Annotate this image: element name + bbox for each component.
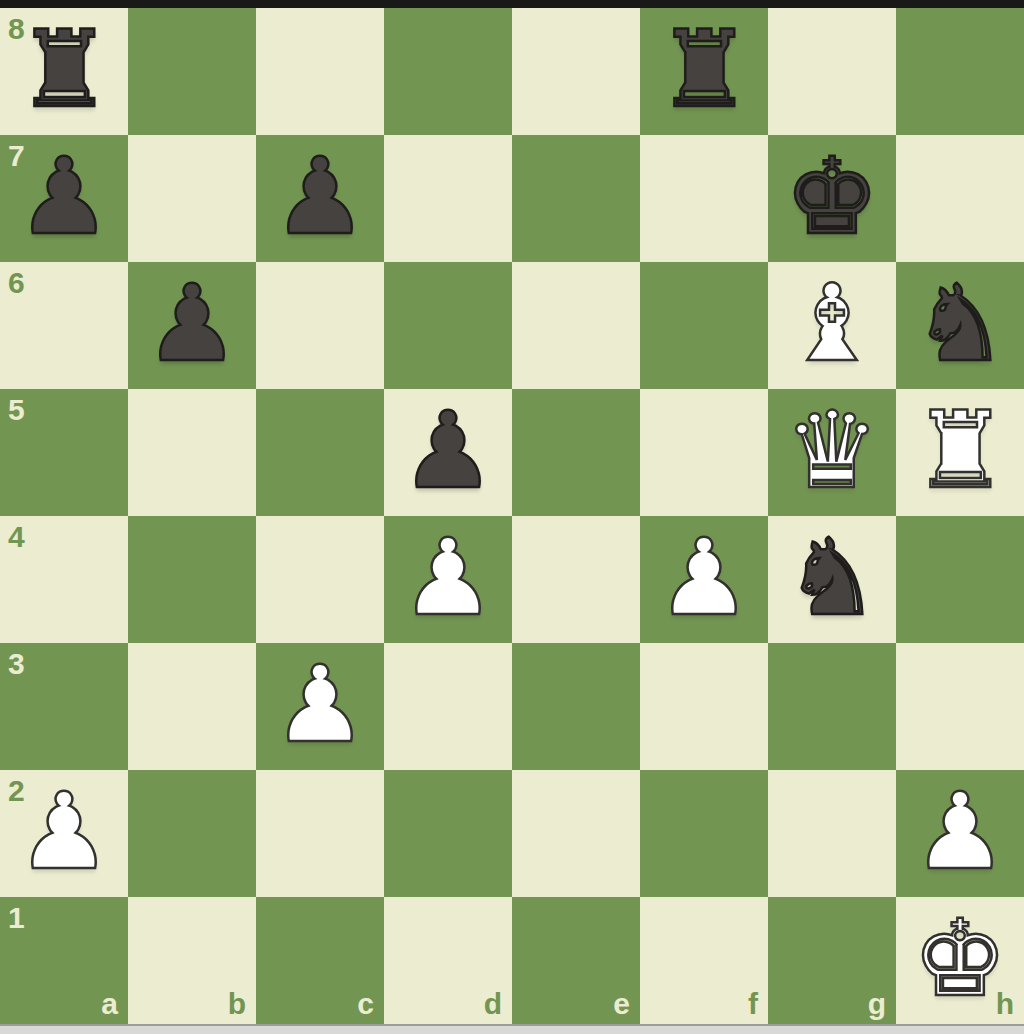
square-c4[interactable]	[256, 516, 384, 643]
square-g7[interactable]: ♚	[768, 135, 896, 262]
square-h1[interactable]: h♚	[896, 897, 1024, 1024]
square-e7[interactable]	[512, 135, 640, 262]
square-g6[interactable]: ♝	[768, 262, 896, 389]
square-c3[interactable]: ♟	[256, 643, 384, 770]
piece-black-pawn[interactable]: ♟	[144, 270, 239, 376]
square-c2[interactable]	[256, 770, 384, 897]
square-f8[interactable]: ♜	[640, 8, 768, 135]
square-b6[interactable]: ♟	[128, 262, 256, 389]
square-b8[interactable]	[128, 8, 256, 135]
square-a7[interactable]: 7♟	[0, 135, 128, 262]
square-h6[interactable]: ♞	[896, 262, 1024, 389]
square-h3[interactable]	[896, 643, 1024, 770]
square-d1[interactable]: d	[384, 897, 512, 1024]
square-d8[interactable]	[384, 8, 512, 135]
piece-black-pawn[interactable]: ♟	[272, 143, 367, 249]
square-e8[interactable]	[512, 8, 640, 135]
piece-black-rook[interactable]: ♜	[16, 16, 111, 122]
rank-label-6: 6	[8, 268, 25, 298]
square-g1[interactable]: g	[768, 897, 896, 1024]
piece-white-queen[interactable]: ♛	[784, 397, 879, 503]
file-label-f: f	[748, 989, 758, 1019]
square-d6[interactable]	[384, 262, 512, 389]
square-d7[interactable]	[384, 135, 512, 262]
bottom-bar	[0, 1024, 1024, 1034]
square-c8[interactable]	[256, 8, 384, 135]
square-f3[interactable]	[640, 643, 768, 770]
square-f6[interactable]	[640, 262, 768, 389]
piece-white-pawn[interactable]: ♟	[16, 778, 111, 884]
file-label-a: a	[101, 989, 118, 1019]
square-e4[interactable]	[512, 516, 640, 643]
square-c1[interactable]: c	[256, 897, 384, 1024]
square-d5[interactable]: ♟	[384, 389, 512, 516]
square-c7[interactable]: ♟	[256, 135, 384, 262]
piece-white-rook[interactable]: ♜	[912, 397, 1007, 503]
piece-black-pawn[interactable]: ♟	[400, 397, 495, 503]
file-label-d: d	[484, 989, 502, 1019]
square-a5[interactable]: 5	[0, 389, 128, 516]
square-e5[interactable]	[512, 389, 640, 516]
file-label-b: b	[228, 989, 246, 1019]
piece-white-bishop[interactable]: ♝	[784, 270, 879, 376]
square-b4[interactable]	[128, 516, 256, 643]
square-a6[interactable]: 6	[0, 262, 128, 389]
square-h7[interactable]	[896, 135, 1024, 262]
square-c5[interactable]	[256, 389, 384, 516]
square-c6[interactable]	[256, 262, 384, 389]
piece-black-rook[interactable]: ♜	[656, 16, 751, 122]
piece-white-pawn[interactable]: ♟	[656, 524, 751, 630]
square-f1[interactable]: f	[640, 897, 768, 1024]
chess-board: 8♜♜7♟♟♚6♟♝♞5♟♛♜4♟♟♞3♟2♟♟1abcdefgh♚	[0, 8, 1024, 1024]
rank-label-1: 1	[8, 903, 25, 933]
square-e1[interactable]: e	[512, 897, 640, 1024]
square-b5[interactable]	[128, 389, 256, 516]
square-d2[interactable]	[384, 770, 512, 897]
square-g3[interactable]	[768, 643, 896, 770]
square-f2[interactable]	[640, 770, 768, 897]
square-g4[interactable]: ♞	[768, 516, 896, 643]
rank-label-3: 3	[8, 649, 25, 679]
square-h2[interactable]: ♟	[896, 770, 1024, 897]
file-label-c: c	[357, 989, 374, 1019]
piece-black-king[interactable]: ♚	[784, 143, 879, 249]
square-h8[interactable]	[896, 8, 1024, 135]
square-f4[interactable]: ♟	[640, 516, 768, 643]
square-a2[interactable]: 2♟	[0, 770, 128, 897]
square-d3[interactable]	[384, 643, 512, 770]
square-f7[interactable]	[640, 135, 768, 262]
square-e6[interactable]	[512, 262, 640, 389]
file-label-g: g	[868, 989, 886, 1019]
square-b7[interactable]	[128, 135, 256, 262]
square-g8[interactable]	[768, 8, 896, 135]
square-a4[interactable]: 4	[0, 516, 128, 643]
piece-black-knight[interactable]: ♞	[784, 524, 879, 630]
square-h4[interactable]	[896, 516, 1024, 643]
piece-black-knight[interactable]: ♞	[912, 270, 1007, 376]
top-bar	[0, 0, 1024, 8]
square-e3[interactable]	[512, 643, 640, 770]
square-a3[interactable]: 3	[0, 643, 128, 770]
piece-white-pawn[interactable]: ♟	[912, 778, 1007, 884]
rank-label-5: 5	[8, 395, 25, 425]
square-b1[interactable]: b	[128, 897, 256, 1024]
piece-white-pawn[interactable]: ♟	[400, 524, 495, 630]
square-b2[interactable]	[128, 770, 256, 897]
square-g5[interactable]: ♛	[768, 389, 896, 516]
piece-black-pawn[interactable]: ♟	[16, 143, 111, 249]
piece-white-pawn[interactable]: ♟	[272, 651, 367, 757]
square-d4[interactable]: ♟	[384, 516, 512, 643]
square-f5[interactable]	[640, 389, 768, 516]
file-label-e: e	[613, 989, 630, 1019]
piece-white-king[interactable]: ♚	[912, 905, 1007, 1011]
square-a8[interactable]: 8♜	[0, 8, 128, 135]
square-g2[interactable]	[768, 770, 896, 897]
square-e2[interactable]	[512, 770, 640, 897]
square-h5[interactable]: ♜	[896, 389, 1024, 516]
square-b3[interactable]	[128, 643, 256, 770]
rank-label-4: 4	[8, 522, 25, 552]
square-a1[interactable]: 1a	[0, 897, 128, 1024]
